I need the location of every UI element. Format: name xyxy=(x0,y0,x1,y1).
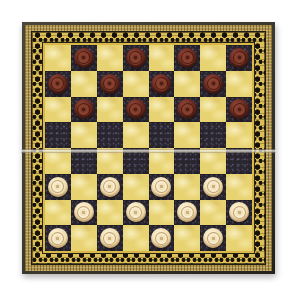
square-d5[interactable] xyxy=(123,122,149,148)
light-piece[interactable]: ● xyxy=(48,228,68,248)
square-g1[interactable]: ● xyxy=(200,225,226,251)
square-e8[interactable] xyxy=(149,45,175,71)
dark-piece[interactable]: ● xyxy=(203,74,223,94)
square-f3[interactable] xyxy=(174,174,200,200)
square-b7[interactable] xyxy=(71,71,97,97)
square-c3[interactable]: ● xyxy=(97,174,123,200)
square-a1[interactable]: ● xyxy=(45,225,71,251)
square-a5[interactable] xyxy=(45,122,71,148)
square-e6[interactable] xyxy=(149,97,175,123)
square-c7[interactable]: ● xyxy=(97,71,123,97)
checkers-board: ●●●●●●●●●●●●●●●●●●●●●●●● xyxy=(22,22,275,274)
square-d2[interactable]: ● xyxy=(123,200,149,226)
square-a3[interactable]: ● xyxy=(45,174,71,200)
square-c2[interactable] xyxy=(97,200,123,226)
square-a7[interactable]: ● xyxy=(45,71,71,97)
square-c8[interactable] xyxy=(97,45,123,71)
square-f2[interactable]: ● xyxy=(174,200,200,226)
dark-piece[interactable]: ● xyxy=(126,48,146,68)
square-g5[interactable] xyxy=(200,122,226,148)
dark-piece[interactable]: ● xyxy=(74,99,94,119)
light-piece[interactable]: ● xyxy=(151,177,171,197)
dark-piece[interactable]: ● xyxy=(229,48,249,68)
square-e1[interactable]: ● xyxy=(149,225,175,251)
square-a8[interactable] xyxy=(45,45,71,71)
square-b2[interactable]: ● xyxy=(71,200,97,226)
border-ornament-band: ●●●●●●●●●●●●●●●●●●●●●●●● xyxy=(31,31,266,265)
square-d6[interactable]: ● xyxy=(123,97,149,123)
dark-piece[interactable]: ● xyxy=(48,74,68,94)
dark-piece[interactable]: ● xyxy=(100,74,120,94)
square-d1[interactable] xyxy=(123,225,149,251)
square-g7[interactable]: ● xyxy=(200,71,226,97)
light-piece[interactable]: ● xyxy=(151,228,171,248)
light-piece[interactable]: ● xyxy=(177,202,197,222)
square-c6[interactable] xyxy=(97,97,123,123)
light-piece[interactable]: ● xyxy=(203,177,223,197)
board-fold-seam xyxy=(21,149,276,153)
square-b1[interactable] xyxy=(71,225,97,251)
square-h5[interactable] xyxy=(226,122,252,148)
square-e5[interactable] xyxy=(149,122,175,148)
board-grid: ●●●●●●●●●●●●●●●●●●●●●●●● xyxy=(43,43,254,253)
square-c1[interactable]: ● xyxy=(97,225,123,251)
square-h2[interactable]: ● xyxy=(226,200,252,226)
square-b3[interactable] xyxy=(71,174,97,200)
square-h6[interactable]: ● xyxy=(226,97,252,123)
light-piece[interactable]: ● xyxy=(126,202,146,222)
square-e3[interactable]: ● xyxy=(149,174,175,200)
square-f5[interactable] xyxy=(174,122,200,148)
square-g6[interactable] xyxy=(200,97,226,123)
square-d3[interactable] xyxy=(123,174,149,200)
scene-background: ●●●●●●●●●●●●●●●●●●●●●●●● xyxy=(0,0,297,300)
square-g3[interactable]: ● xyxy=(200,174,226,200)
square-h7[interactable] xyxy=(226,71,252,97)
dark-piece[interactable]: ● xyxy=(126,99,146,119)
light-piece[interactable]: ● xyxy=(100,177,120,197)
square-g8[interactable] xyxy=(200,45,226,71)
square-h1[interactable] xyxy=(226,225,252,251)
dark-piece[interactable]: ● xyxy=(177,99,197,119)
dark-piece[interactable]: ● xyxy=(229,99,249,119)
square-h3[interactable] xyxy=(226,174,252,200)
light-piece[interactable]: ● xyxy=(203,228,223,248)
square-g2[interactable] xyxy=(200,200,226,226)
square-f1[interactable] xyxy=(174,225,200,251)
square-d8[interactable]: ● xyxy=(123,45,149,71)
dark-piece[interactable]: ● xyxy=(177,48,197,68)
square-b5[interactable] xyxy=(71,122,97,148)
square-e2[interactable] xyxy=(149,200,175,226)
light-piece[interactable]: ● xyxy=(229,202,249,222)
square-a6[interactable] xyxy=(45,97,71,123)
dark-piece[interactable]: ● xyxy=(74,48,94,68)
square-c5[interactable] xyxy=(97,122,123,148)
square-f7[interactable] xyxy=(174,71,200,97)
dark-piece[interactable]: ● xyxy=(151,74,171,94)
square-f6[interactable]: ● xyxy=(174,97,200,123)
square-b6[interactable]: ● xyxy=(71,97,97,123)
square-a2[interactable] xyxy=(45,200,71,226)
square-d7[interactable] xyxy=(123,71,149,97)
border-mosaic-band: ●●●●●●●●●●●●●●●●●●●●●●●● xyxy=(25,25,272,271)
light-piece[interactable]: ● xyxy=(48,177,68,197)
light-piece[interactable]: ● xyxy=(74,202,94,222)
square-h8[interactable]: ● xyxy=(226,45,252,71)
square-b8[interactable]: ● xyxy=(71,45,97,71)
square-e7[interactable]: ● xyxy=(149,71,175,97)
square-f8[interactable]: ● xyxy=(174,45,200,71)
light-piece[interactable]: ● xyxy=(100,228,120,248)
